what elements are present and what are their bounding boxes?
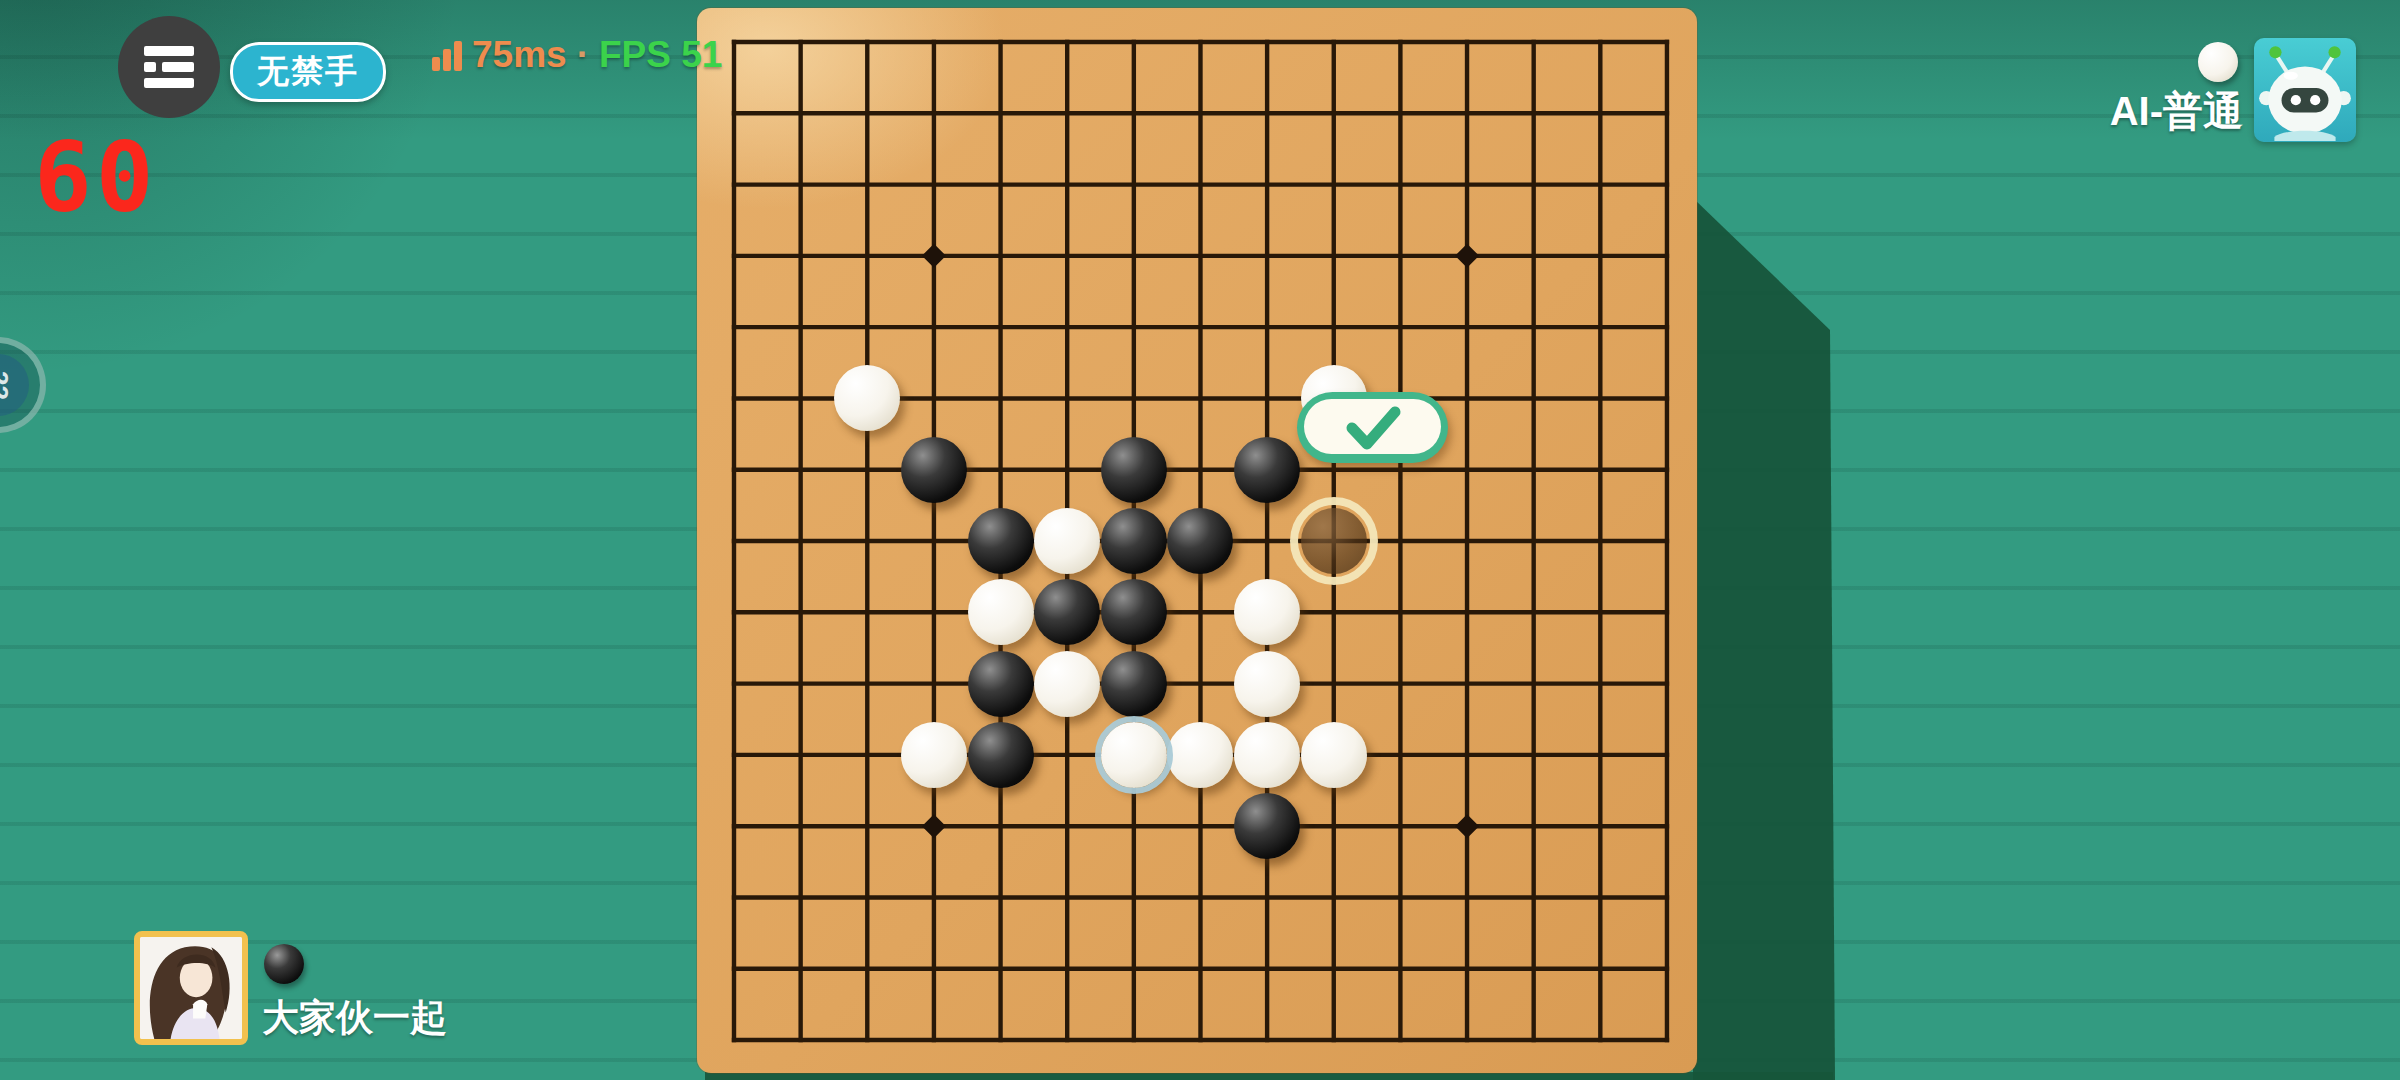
perf-separator: · xyxy=(577,34,589,76)
check-icon xyxy=(1297,392,1448,463)
side-widget-face: 22 xyxy=(0,354,29,416)
ping-value: 75ms xyxy=(472,34,567,76)
black-stone xyxy=(1101,508,1167,574)
board-cast-shadow xyxy=(1693,198,1838,1080)
white-stone xyxy=(1167,722,1233,788)
signal-bars-icon xyxy=(432,39,462,71)
black-stone xyxy=(1101,437,1167,503)
fps-value: FPS 51 xyxy=(599,34,722,76)
board-cast-shadow-bottom xyxy=(705,1072,1833,1080)
black-stone xyxy=(1234,437,1300,503)
rule-badge-label: 无禁手 xyxy=(257,50,359,94)
performance-indicators: 75ms · FPS 51 xyxy=(432,34,722,76)
hamburger-menu-icon xyxy=(144,46,194,88)
white-stone xyxy=(1234,579,1300,645)
white-stone xyxy=(1234,651,1300,717)
black-stone xyxy=(968,651,1034,717)
black-stone xyxy=(1101,651,1167,717)
white-stone xyxy=(1034,508,1100,574)
player-avatar[interactable] xyxy=(134,931,248,1045)
white-stone xyxy=(968,579,1034,645)
player-name: 大家伙一起 xyxy=(262,993,447,1043)
side-timer-widget[interactable]: 22 xyxy=(0,337,46,433)
last-move-ring xyxy=(1095,716,1173,794)
gomoku-board[interactable] xyxy=(697,8,1697,1073)
menu-button[interactable] xyxy=(118,16,220,118)
side-widget-value: 22 xyxy=(0,371,13,400)
pending-move-ring xyxy=(1290,497,1378,585)
white-stone xyxy=(1034,651,1100,717)
player-black-stone-icon xyxy=(264,944,304,984)
confirm-move-button[interactable] xyxy=(1297,392,1448,463)
game-screen: 无禁手 75ms · FPS 51 60 22 大家伙一起 AI-普通 xyxy=(0,0,2400,1080)
robot-icon xyxy=(2254,38,2356,142)
black-stone xyxy=(1234,793,1300,859)
move-timer: 60 xyxy=(34,130,158,226)
ai-avatar[interactable] xyxy=(2254,38,2356,142)
white-stone xyxy=(1234,722,1300,788)
rule-badge: 无禁手 xyxy=(230,42,386,102)
black-stone xyxy=(1101,579,1167,645)
ai-name: AI-普通 xyxy=(2110,84,2243,139)
black-stone xyxy=(968,722,1034,788)
player-avatar-image xyxy=(140,937,242,1039)
black-stone xyxy=(901,437,967,503)
black-stone xyxy=(968,508,1034,574)
white-stone xyxy=(901,722,967,788)
white-stone xyxy=(1301,722,1367,788)
ai-white-stone-icon xyxy=(2198,42,2238,82)
